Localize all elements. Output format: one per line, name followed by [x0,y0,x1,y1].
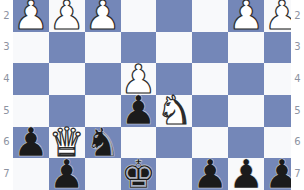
square-g4[interactable] [49,63,85,95]
rank-labels-right: 234567 [291,0,304,190]
square-e7[interactable]: ♚ [121,158,157,190]
square-a5[interactable] [264,95,291,127]
square-b2[interactable]: ♟ [228,0,264,32]
square-g7[interactable]: ♟ [49,158,85,190]
black-pawn-e5[interactable]: ♟ [121,95,157,126]
rank-labels-left: 234567 [0,0,13,190]
square-c4[interactable] [192,63,228,95]
rank-label-4: 4 [291,63,304,95]
square-a7[interactable]: ♟ [264,158,291,190]
black-pawn-a7[interactable]: ♟ [264,159,291,190]
square-f2[interactable]: ♟ [85,0,121,32]
white-pawn-a2[interactable]: ♟ [264,0,291,31]
square-h6[interactable]: ♟ [13,127,49,159]
rank-label-2: 2 [0,0,13,32]
rank-label-6: 6 [291,127,304,159]
square-h4[interactable] [13,63,49,95]
black-pawn-c7[interactable]: ♟ [192,159,228,190]
square-d3[interactable] [156,32,192,64]
black-pawn-g7[interactable]: ♟ [49,159,85,190]
square-b7[interactable]: ♟ [228,158,264,190]
square-f3[interactable] [85,32,121,64]
black-pawn-b7[interactable]: ♟ [228,159,264,190]
chess-board: ♟♟♟♟♟♟♟♞♟♛♞♟♚♟♟♟ [13,0,291,190]
square-c3[interactable] [192,32,228,64]
rank-label-5: 5 [0,95,13,127]
square-f4[interactable] [85,63,121,95]
square-b4[interactable] [228,63,264,95]
square-f6[interactable]: ♞ [85,127,121,159]
rank-label-6: 6 [0,127,13,159]
square-b5[interactable] [228,95,264,127]
square-a3[interactable] [264,32,291,64]
square-e2[interactable] [121,0,157,32]
rank-label-7: 7 [291,158,304,190]
rank-label-4: 4 [0,63,13,95]
white-pawn-g2[interactable]: ♟ [49,0,85,31]
square-h2[interactable]: ♟ [13,0,49,32]
white-pawn-h2[interactable]: ♟ [13,0,49,31]
white-knight-d5[interactable]: ♞ [156,95,192,126]
rank-label-5: 5 [291,95,304,127]
square-e5[interactable]: ♟ [121,95,157,127]
square-d6[interactable] [156,127,192,159]
square-f7[interactable] [85,158,121,190]
white-pawn-f2[interactable]: ♟ [85,0,121,31]
square-g3[interactable] [49,32,85,64]
square-c5[interactable] [192,95,228,127]
square-d2[interactable] [156,0,192,32]
white-pawn-b2[interactable]: ♟ [228,0,264,31]
black-king-e7[interactable]: ♚ [121,159,157,190]
square-g2[interactable]: ♟ [49,0,85,32]
square-h7[interactable] [13,158,49,190]
black-knight-f6[interactable]: ♞ [85,127,121,158]
square-c7[interactable]: ♟ [192,158,228,190]
square-d7[interactable] [156,158,192,190]
rank-label-2: 2 [291,0,304,32]
square-a4[interactable] [264,63,291,95]
square-a2[interactable]: ♟ [264,0,291,32]
square-d5[interactable]: ♞ [156,95,192,127]
square-h3[interactable] [13,32,49,64]
rank-label-7: 7 [0,158,13,190]
rank-label-3: 3 [291,32,304,64]
chessboard-widget: 234567 ♟♟♟♟♟♟♟♞♟♛♞♟♚♟♟♟ 234567 [0,0,304,190]
square-b3[interactable] [228,32,264,64]
square-c2[interactable] [192,0,228,32]
black-pawn-h6[interactable]: ♟ [13,127,49,158]
rank-label-3: 3 [0,32,13,64]
